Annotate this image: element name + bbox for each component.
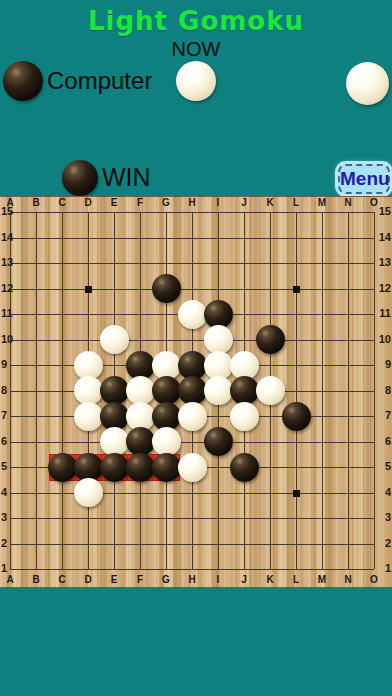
star-point [85, 286, 92, 293]
stone-black [178, 376, 207, 405]
grid-line-horizontal [10, 569, 374, 570]
star-point [293, 286, 300, 293]
board-row-label-right: 1 [375, 563, 391, 574]
stone-black [126, 453, 155, 482]
board-column-label-bottom: C [53, 575, 71, 585]
board-column-label-bottom: G [157, 575, 175, 585]
board-row-label-left: 12 [1, 283, 17, 294]
board-column-label-bottom: O [365, 575, 383, 585]
stone-black [126, 427, 155, 456]
stone-black [152, 274, 181, 303]
stone-white [178, 453, 207, 482]
stone-black [152, 453, 181, 482]
grid-line-vertical [322, 212, 323, 569]
board-column-label-bottom: B [27, 575, 45, 585]
board-row-label-left: 13 [1, 257, 17, 268]
board-column-label-bottom: L [287, 575, 305, 585]
board-column-label-bottom: M [313, 575, 331, 585]
board-row-label-left: 6 [1, 436, 17, 447]
star-point [293, 490, 300, 497]
board-row-label-left: 3 [1, 512, 17, 523]
stone-black [48, 453, 77, 482]
board-row-label-right: 6 [375, 436, 391, 447]
stone-white [204, 325, 233, 354]
now-turn-stone [176, 61, 216, 101]
board-row-label-right: 2 [375, 538, 391, 549]
grid-line-vertical [296, 212, 297, 569]
board-row-label-left: 7 [1, 410, 17, 421]
stone-white [204, 376, 233, 405]
board-column-label-top: F [131, 198, 149, 208]
stone-black [230, 376, 259, 405]
stone-white [74, 478, 103, 507]
board-row-label-right: 4 [375, 487, 391, 498]
board-row-label-right: 10 [375, 334, 391, 345]
board-column-label-top: H [183, 198, 201, 208]
stone-white [178, 402, 207, 431]
computer-player-stone [3, 61, 43, 101]
board-row-label-left: 8 [1, 385, 17, 396]
board-row-label-left: 5 [1, 461, 17, 472]
board-row-label-left: 1 [1, 563, 17, 574]
stone-black [282, 402, 311, 431]
stone-black [204, 427, 233, 456]
board-row-label-right: 11 [375, 308, 391, 319]
board-row-label-left: 2 [1, 538, 17, 549]
board-column-label-bottom: N [339, 575, 357, 585]
stone-white [256, 376, 285, 405]
board-column-label-top: L [287, 198, 305, 208]
win-label: WIN [102, 163, 151, 192]
stone-white [178, 300, 207, 329]
board-row-label-left: 14 [1, 232, 17, 243]
board-row-label-right: 13 [375, 257, 391, 268]
app-screen: Light Gomoku NOW Computer WIN Menu AABBC… [0, 0, 392, 696]
board-column-label-top: M [313, 198, 331, 208]
board-column-label-top: E [105, 198, 123, 208]
board-column-label-bottom: D [79, 575, 97, 585]
board-column-label-bottom: H [183, 575, 201, 585]
stone-black [152, 376, 181, 405]
now-label: NOW [0, 38, 392, 61]
board-row-label-left: 11 [1, 308, 17, 319]
stone-white [126, 376, 155, 405]
grid-line-horizontal [10, 518, 374, 519]
board-column-label-bottom: E [105, 575, 123, 585]
board-column-label-top: B [27, 198, 45, 208]
grid-line-horizontal [10, 493, 374, 494]
board-row-label-right: 9 [375, 359, 391, 370]
computer-label: Computer [47, 67, 152, 95]
stone-black [100, 453, 129, 482]
stone-black [230, 453, 259, 482]
board-column-label-top: C [53, 198, 71, 208]
board-column-label-bottom: F [131, 575, 149, 585]
board-row-label-right: 3 [375, 512, 391, 523]
board-column-label-top: I [209, 198, 227, 208]
board-column-label-top: K [261, 198, 279, 208]
stone-white [100, 427, 129, 456]
stone-white [230, 402, 259, 431]
stone-white [74, 402, 103, 431]
board-column-label-top: G [157, 198, 175, 208]
board-column-label-bottom: K [261, 575, 279, 585]
stone-white [152, 427, 181, 456]
grid-line-horizontal [10, 442, 374, 443]
board-column-label-top: N [339, 198, 357, 208]
board-column-label-top: D [79, 198, 97, 208]
board-row-label-left: 4 [1, 487, 17, 498]
opponent-player-stone [346, 62, 389, 105]
stone-white [74, 376, 103, 405]
win-stone [62, 160, 98, 196]
board-row-label-right: 7 [375, 410, 391, 421]
page-title: Light Gomoku [0, 6, 392, 36]
board-row-label-right: 12 [375, 283, 391, 294]
board-row-label-right: 5 [375, 461, 391, 472]
board-row-label-left: 10 [1, 334, 17, 345]
board-column-label-bottom: A [1, 575, 19, 585]
board-column-label-bottom: J [235, 575, 253, 585]
stone-black [100, 376, 129, 405]
menu-button[interactable]: Menu [338, 164, 390, 194]
stone-white [100, 325, 129, 354]
board-column-label-top: J [235, 198, 253, 208]
board-row-label-left: 9 [1, 359, 17, 370]
board-row-label-right: 8 [375, 385, 391, 396]
grid-line-horizontal [10, 544, 374, 545]
board-row-label-right: 14 [375, 232, 391, 243]
board-row-label-right: 15 [375, 206, 391, 217]
board-column-label-bottom: I [209, 575, 227, 585]
stone-black [256, 325, 285, 354]
board-row-label-left: 15 [1, 206, 17, 217]
gomoku-board[interactable]: AABBCCDDEEFFGGHHIIJJKKLLMMNNOO1515141413… [0, 196, 392, 588]
grid-line-vertical [348, 212, 349, 569]
